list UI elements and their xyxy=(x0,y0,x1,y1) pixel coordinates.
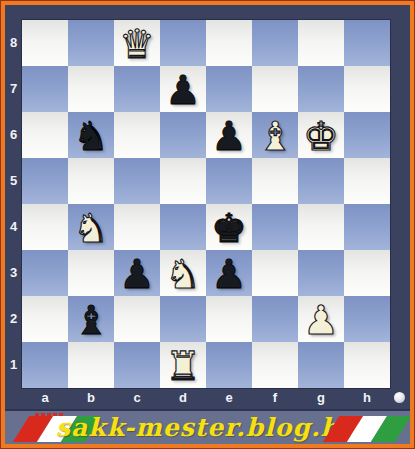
square-b6[interactable]: ♞ xyxy=(68,112,114,158)
square-c6[interactable] xyxy=(114,112,160,158)
piece-white-pawn-g2[interactable]: ♟ xyxy=(298,296,344,342)
square-e2[interactable] xyxy=(206,296,252,342)
square-b4[interactable]: ♞ xyxy=(68,204,114,250)
square-f7[interactable] xyxy=(252,66,298,112)
square-b2[interactable]: ♝ xyxy=(68,296,114,342)
square-h2[interactable] xyxy=(344,296,390,342)
piece-white-bishop-f6[interactable]: ♝ xyxy=(252,112,298,158)
piece-white-king-g6[interactable]: ♚ xyxy=(298,112,344,158)
square-d8[interactable] xyxy=(160,20,206,66)
file-labels: abcdefgh xyxy=(22,389,390,409)
square-a4[interactable] xyxy=(22,204,68,250)
square-g1[interactable] xyxy=(298,342,344,388)
piece-black-pawn-e6[interactable]: ♟ xyxy=(206,112,252,158)
piece-white-rook-d1[interactable]: ♜ xyxy=(160,342,206,388)
square-g4[interactable] xyxy=(298,204,344,250)
square-d3[interactable]: ♞ xyxy=(160,250,206,296)
board: ♛♟♞♟♝♚♞♚♟♞♟♝♟♜ xyxy=(22,20,390,388)
square-b1[interactable] xyxy=(68,342,114,388)
piece-white-queen-c8[interactable]: ♛ xyxy=(114,20,160,66)
file-label-e: e xyxy=(206,389,252,409)
square-a1[interactable] xyxy=(22,342,68,388)
square-h6[interactable] xyxy=(344,112,390,158)
square-h7[interactable] xyxy=(344,66,390,112)
board-frame: 87654321 ♛♟♞♟♝♚♞♚♟♞♟♝♟♜ abcdefgh xyxy=(5,5,410,409)
rank-label-7: 7 xyxy=(5,66,22,112)
hungarian-flag-right xyxy=(331,416,403,442)
square-g3[interactable] xyxy=(298,250,344,296)
square-c1[interactable] xyxy=(114,342,160,388)
square-c2[interactable] xyxy=(114,296,160,342)
square-e4[interactable]: ♚ xyxy=(206,204,252,250)
square-f1[interactable] xyxy=(252,342,298,388)
square-d5[interactable] xyxy=(160,158,206,204)
square-a5[interactable] xyxy=(22,158,68,204)
square-b3[interactable] xyxy=(68,250,114,296)
site-watermark: sakk-mester.blog.hu xyxy=(56,411,359,444)
rank-label-5: 5 xyxy=(5,158,22,204)
square-e7[interactable] xyxy=(206,66,252,112)
square-d4[interactable] xyxy=(160,204,206,250)
square-f2[interactable] xyxy=(252,296,298,342)
square-h3[interactable] xyxy=(344,250,390,296)
square-f4[interactable] xyxy=(252,204,298,250)
square-f3[interactable] xyxy=(252,250,298,296)
file-label-f: f xyxy=(252,389,298,409)
rank-label-4: 4 xyxy=(5,204,22,250)
square-e8[interactable] xyxy=(206,20,252,66)
square-h5[interactable] xyxy=(344,158,390,204)
square-a3[interactable] xyxy=(22,250,68,296)
square-h8[interactable] xyxy=(344,20,390,66)
square-b7[interactable] xyxy=(68,66,114,112)
piece-black-pawn-d7[interactable]: ♟ xyxy=(160,66,206,112)
square-d6[interactable] xyxy=(160,112,206,158)
square-f8[interactable] xyxy=(252,20,298,66)
square-c5[interactable] xyxy=(114,158,160,204)
piece-black-knight-b6[interactable]: ♞ xyxy=(68,112,114,158)
footer-banner: sakk-mester.blog.hu xyxy=(5,409,410,444)
square-e5[interactable] xyxy=(206,158,252,204)
square-g7[interactable] xyxy=(298,66,344,112)
square-c3[interactable]: ♟ xyxy=(114,250,160,296)
square-b8[interactable] xyxy=(68,20,114,66)
piece-white-knight-d3[interactable]: ♞ xyxy=(160,250,206,296)
square-g2[interactable]: ♟ xyxy=(298,296,344,342)
square-a2[interactable] xyxy=(22,296,68,342)
rank-label-1: 1 xyxy=(5,342,22,388)
chess-diagram: 87654321 ♛♟♞♟♝♚♞♚♟♞♟♝♟♜ abcdefgh sakk-me… xyxy=(0,0,415,449)
square-e1[interactable] xyxy=(206,342,252,388)
square-b5[interactable] xyxy=(68,158,114,204)
file-label-d: d xyxy=(160,389,206,409)
square-d1[interactable]: ♜ xyxy=(160,342,206,388)
piece-black-king-e4[interactable]: ♚ xyxy=(206,204,252,250)
square-f6[interactable]: ♝ xyxy=(252,112,298,158)
file-label-c: c xyxy=(114,389,160,409)
file-label-h: h xyxy=(344,389,390,409)
rank-label-6: 6 xyxy=(5,112,22,158)
square-d7[interactable]: ♟ xyxy=(160,66,206,112)
side-to-move-indicator xyxy=(394,392,405,403)
square-f5[interactable] xyxy=(252,158,298,204)
square-a6[interactable] xyxy=(22,112,68,158)
square-g8[interactable] xyxy=(298,20,344,66)
square-e6[interactable]: ♟ xyxy=(206,112,252,158)
rank-label-8: 8 xyxy=(5,20,22,66)
square-g6[interactable]: ♚ xyxy=(298,112,344,158)
square-c4[interactable] xyxy=(114,204,160,250)
square-a8[interactable] xyxy=(22,20,68,66)
rank-labels: 87654321 xyxy=(5,20,22,388)
square-c8[interactable]: ♛ xyxy=(114,20,160,66)
square-h1[interactable] xyxy=(344,342,390,388)
rank-label-2: 2 xyxy=(5,296,22,342)
file-label-b: b xyxy=(68,389,114,409)
square-d2[interactable] xyxy=(160,296,206,342)
square-c7[interactable] xyxy=(114,66,160,112)
square-g5[interactable] xyxy=(298,158,344,204)
piece-black-pawn-e3[interactable]: ♟ xyxy=(206,250,252,296)
square-e3[interactable]: ♟ xyxy=(206,250,252,296)
rank-label-3: 3 xyxy=(5,250,22,296)
square-a7[interactable] xyxy=(22,66,68,112)
square-h4[interactable] xyxy=(344,204,390,250)
file-label-g: g xyxy=(298,389,344,409)
piece-black-pawn-c3[interactable]: ♟ xyxy=(114,250,160,296)
piece-black-bishop-b2[interactable]: ♝ xyxy=(68,296,114,342)
piece-white-knight-b4[interactable]: ♞ xyxy=(68,204,114,250)
file-label-a: a xyxy=(22,389,68,409)
